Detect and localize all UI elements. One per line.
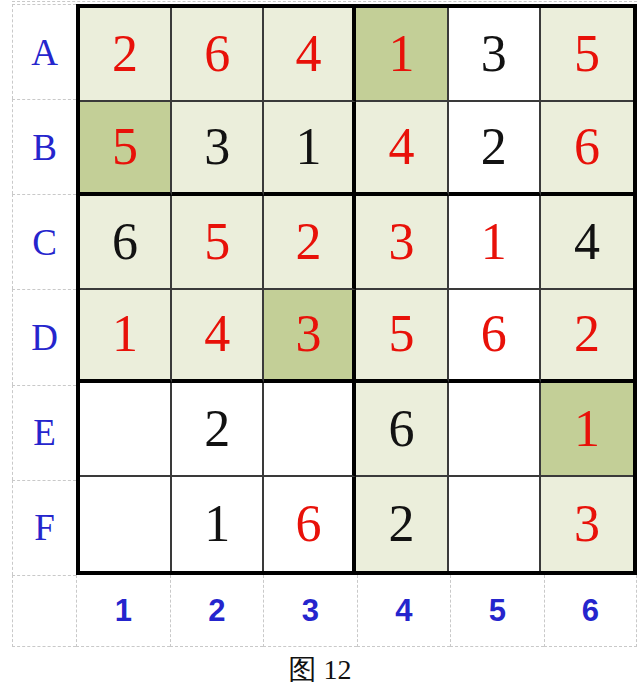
cell-A2[interactable]: 6 [172, 8, 264, 102]
cell-C4[interactable]: 3 [356, 196, 448, 290]
cell-C1[interactable]: 6 [80, 196, 172, 290]
cell-E1[interactable] [80, 383, 172, 477]
corner-spacer [12, 575, 76, 647]
cell-E2[interactable]: 2 [172, 383, 264, 477]
cell-C3[interactable]: 2 [264, 196, 356, 290]
cell-D3[interactable]: 3 [264, 290, 356, 384]
cell-B2[interactable]: 3 [172, 102, 264, 196]
cell-F4[interactable]: 2 [356, 477, 448, 571]
cell-E3[interactable] [264, 383, 356, 477]
cell-A4[interactable]: 1 [356, 8, 448, 102]
cell-B4[interactable]: 4 [356, 102, 448, 196]
col-label-5: 5 [450, 575, 544, 647]
row-label-C: C [12, 194, 76, 289]
cell-B1[interactable]: 5 [80, 102, 172, 196]
dashed-top-guide [12, 1, 637, 2]
row-label-F: F [12, 480, 76, 575]
puzzle-layout: ABCDEF 2641355314266523141435622611623 1… [12, 4, 637, 647]
cell-F6[interactable]: 3 [541, 477, 633, 571]
cell-B5[interactable]: 2 [449, 102, 541, 196]
cell-A6[interactable]: 5 [541, 8, 633, 102]
cell-F5[interactable] [449, 477, 541, 571]
sudoku-figure: ABCDEF 2641355314266523141435622611623 1… [0, 0, 640, 696]
cell-E5[interactable] [449, 383, 541, 477]
cell-D4[interactable]: 5 [356, 290, 448, 384]
cell-F3[interactable]: 6 [264, 477, 356, 571]
cell-E6[interactable]: 1 [541, 383, 633, 477]
row-label-D: D [12, 289, 76, 384]
col-label-2: 2 [170, 575, 264, 647]
cell-F2[interactable]: 1 [172, 477, 264, 571]
col-label-3: 3 [263, 575, 357, 647]
sudoku-board: 2641355314266523141435622611623 [76, 4, 637, 575]
row-label-E: E [12, 385, 76, 480]
cell-B3[interactable]: 1 [264, 102, 356, 196]
cell-E4[interactable]: 6 [356, 383, 448, 477]
column-label-row: 123456 [76, 575, 637, 647]
cell-A5[interactable]: 3 [449, 8, 541, 102]
col-label-1: 1 [76, 575, 170, 647]
cell-B6[interactable]: 6 [541, 102, 633, 196]
cell-C5[interactable]: 1 [449, 196, 541, 290]
cell-C2[interactable]: 5 [172, 196, 264, 290]
figure-caption: 图 12 [0, 651, 640, 689]
cell-D6[interactable]: 2 [541, 290, 633, 384]
cell-F1[interactable] [80, 477, 172, 571]
col-label-4: 4 [357, 575, 451, 647]
cell-A3[interactable]: 4 [264, 8, 356, 102]
cell-D2[interactable]: 4 [172, 290, 264, 384]
cell-D5[interactable]: 6 [449, 290, 541, 384]
cell-C6[interactable]: 4 [541, 196, 633, 290]
row-label-B: B [12, 99, 76, 194]
row-label-A: A [12, 4, 76, 99]
col-label-6: 6 [544, 575, 638, 647]
cell-A1[interactable]: 2 [80, 8, 172, 102]
cell-D1[interactable]: 1 [80, 290, 172, 384]
row-label-column: ABCDEF [12, 4, 76, 575]
